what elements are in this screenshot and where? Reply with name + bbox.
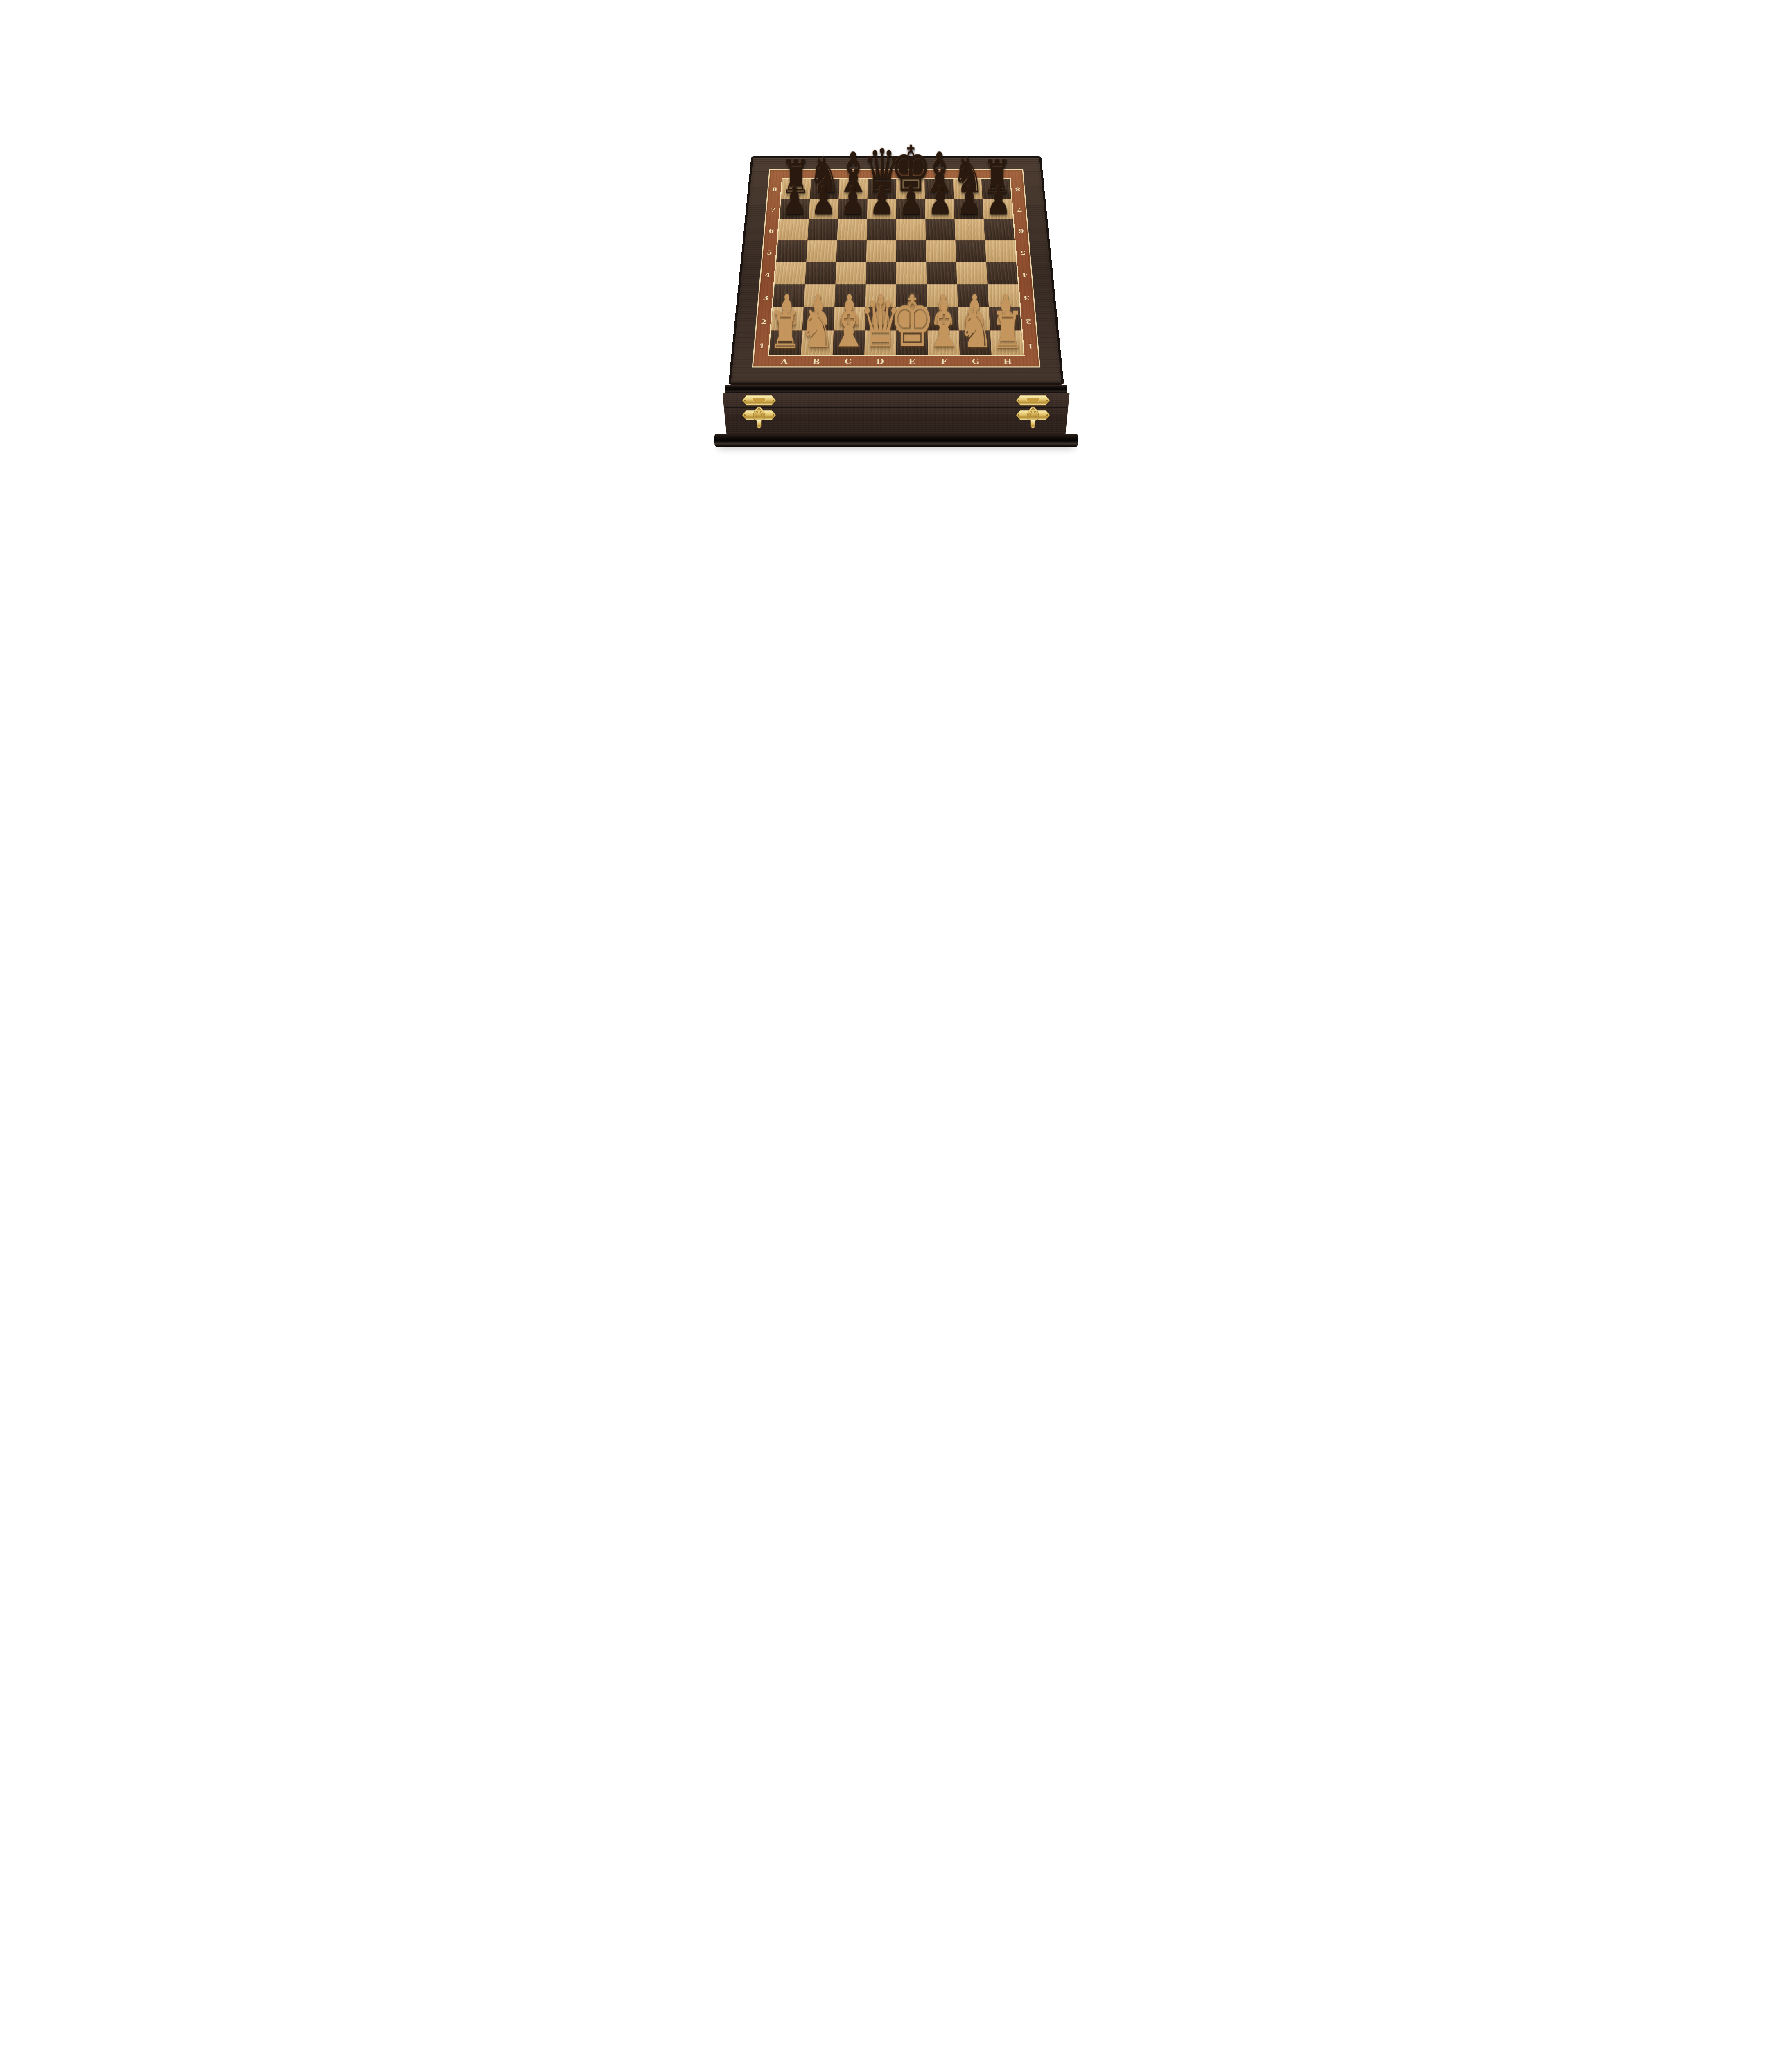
rank-label: 8 [1010, 179, 1024, 199]
rank-label: 6 [1014, 220, 1028, 242]
square-b7[interactable]: ♟ [809, 199, 838, 219]
piece-black-pawn[interactable]: ♟ [840, 183, 865, 219]
piece-black-pawn[interactable]: ♟ [985, 183, 1010, 219]
file-label: D [864, 356, 896, 367]
brass-latch-right-icon [1015, 394, 1051, 435]
square-g6[interactable] [954, 219, 985, 240]
square-d6[interactable] [866, 219, 896, 240]
rank-label: 4 [760, 264, 775, 286]
square-b1[interactable]: ♞ [801, 331, 834, 355]
square-e7[interactable]: ♟ [896, 199, 925, 219]
piece-black-pawn[interactable]: ♟ [869, 183, 894, 219]
brass-latch-left-icon [741, 394, 777, 435]
square-a5[interactable] [776, 240, 807, 262]
rank-label: 8 [767, 179, 781, 199]
square-a1[interactable]: ♜ [769, 331, 802, 355]
piece-black-pawn[interactable]: ♟ [898, 183, 923, 219]
square-f7[interactable]: ♟ [925, 199, 954, 219]
file-label: H [991, 356, 1024, 367]
piece-black-pawn[interactable]: ♟ [782, 183, 807, 219]
piece-white-king[interactable]: ♚ [889, 289, 934, 354]
square-g5[interactable] [955, 240, 986, 262]
square-d5[interactable] [866, 240, 896, 262]
square-c5[interactable] [836, 240, 866, 262]
file-label: E [896, 356, 928, 367]
square-e1[interactable]: ♚ [896, 331, 928, 355]
rank-label: 7 [1012, 199, 1026, 220]
board-scene: ♜♞♝♛♚♝♞♜♟♟♟♟♟♟♟♟♟♟♟♟♟♟♟♟♜♞♝♛♚♝♞♜ 8765432… [728, 142, 1064, 385]
chess-box-set: ♜♞♝♛♚♝♞♜♟♟♟♟♟♟♟♟♟♟♟♟♟♟♟♟♜♞♝♛♚♝♞♜ 8765432… [0, 142, 1792, 447]
file-label: F [928, 356, 960, 367]
square-g4[interactable] [956, 262, 987, 284]
square-b6[interactable] [807, 219, 838, 240]
square-b5[interactable] [806, 240, 837, 262]
square-h4[interactable] [986, 262, 1017, 284]
file-label: G [960, 356, 992, 367]
square-f6[interactable] [925, 219, 955, 240]
rank-label: 6 [764, 220, 778, 242]
square-a4[interactable] [774, 262, 806, 284]
square-c4[interactable] [835, 262, 866, 284]
file-label: C [832, 356, 864, 367]
box-base-trim [714, 434, 1078, 447]
file-label: A [768, 356, 801, 367]
piece-white-rook[interactable]: ♜ [991, 307, 1024, 354]
board-front-edge [725, 385, 1067, 393]
square-a6[interactable] [778, 219, 809, 240]
square-h7[interactable]: ♟ [982, 199, 1012, 219]
square-f5[interactable] [926, 240, 956, 262]
piece-black-pawn[interactable]: ♟ [811, 183, 836, 219]
rank-label: 4 [1017, 264, 1032, 286]
square-e6[interactable] [896, 219, 926, 240]
file-label: B [800, 356, 832, 367]
square-g7[interactable]: ♟ [954, 199, 983, 219]
rank-label: 5 [1015, 242, 1030, 264]
square-c6[interactable] [837, 219, 867, 240]
piece-white-rook[interactable]: ♜ [768, 307, 801, 354]
rank-label: 1 [754, 334, 769, 359]
square-c7[interactable]: ♟ [838, 199, 867, 219]
rank-label: 7 [766, 199, 780, 220]
piece-black-pawn[interactable]: ♟ [927, 183, 952, 219]
square-a7[interactable]: ♟ [780, 199, 810, 219]
square-h6[interactable] [983, 219, 1014, 240]
square-b4[interactable] [805, 262, 836, 284]
chess-board: ♜♞♝♛♚♝♞♜♟♟♟♟♟♟♟♟♟♟♟♟♟♟♟♟♜♞♝♛♚♝♞♜ 8765432… [728, 156, 1064, 385]
rank-label: 5 [762, 242, 777, 264]
board-squares: ♜♞♝♛♚♝♞♜♟♟♟♟♟♟♟♟♟♟♟♟♟♟♟♟♜♞♝♛♚♝♞♜ [768, 178, 1024, 356]
square-h5[interactable] [985, 240, 1016, 262]
file-labels-bottom: ABCDEFGH [768, 356, 1024, 367]
square-d7[interactable]: ♟ [867, 199, 896, 219]
piece-black-pawn[interactable]: ♟ [956, 183, 981, 219]
product-photo-background: ♜♞♝♛♚♝♞♜♟♟♟♟♟♟♟♟♟♟♟♟♟♟♟♟♜♞♝♛♚♝♞♜ 8765432… [0, 0, 1792, 582]
box-front [723, 393, 1070, 434]
square-e5[interactable] [896, 240, 926, 262]
rank-label: 1 [1023, 334, 1038, 359]
square-h1[interactable]: ♜ [990, 331, 1023, 355]
